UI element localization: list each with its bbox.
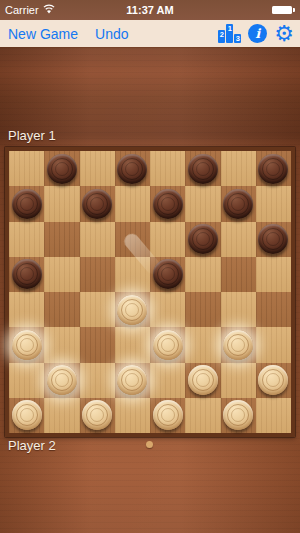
- podium-third-place: 3: [234, 34, 241, 43]
- square-r7c1[interactable]: [9, 363, 44, 398]
- dark-checker[interactable]: [188, 224, 218, 254]
- square-r5c5[interactable]: [150, 292, 185, 327]
- light-checker[interactable]: [82, 400, 112, 430]
- square-r4c5[interactable]: [150, 257, 185, 292]
- square-r2c2[interactable]: [44, 186, 79, 221]
- navigation-toolbar: New Game Undo 2 1 3 i ⚙: [0, 20, 300, 47]
- square-r7c7[interactable]: [221, 363, 256, 398]
- square-r2c1[interactable]: [9, 186, 44, 221]
- square-r1c1[interactable]: [9, 151, 44, 186]
- undo-button[interactable]: Undo: [95, 26, 128, 42]
- square-r5c2[interactable]: [44, 292, 79, 327]
- square-r1c8[interactable]: [256, 151, 291, 186]
- square-r2c3[interactable]: [80, 186, 115, 221]
- square-r6c5[interactable]: [150, 327, 185, 362]
- square-r8c8[interactable]: [256, 398, 291, 433]
- dark-checker[interactable]: [153, 259, 183, 289]
- dark-checker[interactable]: [47, 154, 77, 184]
- square-r3c8[interactable]: [256, 222, 291, 257]
- square-r4c6[interactable]: [185, 257, 220, 292]
- square-r7c6[interactable]: [185, 363, 220, 398]
- dark-checker[interactable]: [153, 189, 183, 219]
- square-r3c4[interactable]: [115, 222, 150, 257]
- dark-checker[interactable]: [117, 154, 147, 184]
- square-r8c4[interactable]: [115, 398, 150, 433]
- square-r2c5[interactable]: [150, 186, 185, 221]
- dark-checker[interactable]: [188, 154, 218, 184]
- square-r4c4[interactable]: [115, 257, 150, 292]
- dark-checker[interactable]: [12, 189, 42, 219]
- light-checker[interactable]: [12, 330, 42, 360]
- battery-icon: [272, 6, 292, 14]
- clock: 11:37 AM: [0, 4, 300, 16]
- square-r1c4[interactable]: [115, 151, 150, 186]
- square-r7c8[interactable]: [256, 363, 291, 398]
- square-r5c4[interactable]: [115, 292, 150, 327]
- square-r4c8[interactable]: [256, 257, 291, 292]
- square-r8c3[interactable]: [80, 398, 115, 433]
- square-r7c2[interactable]: [44, 363, 79, 398]
- square-r3c5[interactable]: [150, 222, 185, 257]
- square-r6c1[interactable]: [9, 327, 44, 362]
- square-r3c6[interactable]: [185, 222, 220, 257]
- dark-checker[interactable]: [12, 259, 42, 289]
- square-r1c6[interactable]: [185, 151, 220, 186]
- square-r4c2[interactable]: [44, 257, 79, 292]
- light-checker[interactable]: [117, 295, 147, 325]
- square-r5c3[interactable]: [80, 292, 115, 327]
- square-r2c8[interactable]: [256, 186, 291, 221]
- dark-checker[interactable]: [223, 189, 253, 219]
- podium-first-place: 1: [226, 24, 233, 43]
- square-r6c2[interactable]: [44, 327, 79, 362]
- square-r5c8[interactable]: [256, 292, 291, 327]
- square-r3c7[interactable]: [221, 222, 256, 257]
- player2-label: Player 2: [8, 438, 56, 453]
- square-r2c4[interactable]: [115, 186, 150, 221]
- square-r5c1[interactable]: [9, 292, 44, 327]
- square-r6c8[interactable]: [256, 327, 291, 362]
- square-r1c2[interactable]: [44, 151, 79, 186]
- square-r3c2[interactable]: [44, 222, 79, 257]
- square-r7c5[interactable]: [150, 363, 185, 398]
- square-r4c3[interactable]: [80, 257, 115, 292]
- square-r8c7[interactable]: [221, 398, 256, 433]
- square-r6c7[interactable]: [221, 327, 256, 362]
- turn-indicator-dot: [146, 441, 153, 448]
- light-checker[interactable]: [223, 400, 253, 430]
- square-r7c3[interactable]: [80, 363, 115, 398]
- podium-second-place: 2: [218, 30, 225, 43]
- square-r8c2[interactable]: [44, 398, 79, 433]
- square-r6c4[interactable]: [115, 327, 150, 362]
- square-r6c3[interactable]: [80, 327, 115, 362]
- square-r7c4[interactable]: [115, 363, 150, 398]
- square-r1c7[interactable]: [221, 151, 256, 186]
- leaderboard-button[interactable]: 2 1 3: [218, 24, 241, 43]
- light-checker[interactable]: [153, 330, 183, 360]
- board: [5, 147, 295, 437]
- square-r1c3[interactable]: [80, 151, 115, 186]
- square-r2c7[interactable]: [221, 186, 256, 221]
- square-r5c7[interactable]: [221, 292, 256, 327]
- dark-checker[interactable]: [258, 224, 288, 254]
- light-checker[interactable]: [188, 365, 218, 395]
- square-r2c6[interactable]: [185, 186, 220, 221]
- square-r3c1[interactable]: [9, 222, 44, 257]
- dark-checker[interactable]: [258, 154, 288, 184]
- light-checker[interactable]: [12, 400, 42, 430]
- light-checker[interactable]: [47, 365, 77, 395]
- light-checker[interactable]: [258, 365, 288, 395]
- square-r8c6[interactable]: [185, 398, 220, 433]
- square-r5c6[interactable]: [185, 292, 220, 327]
- square-r4c7[interactable]: [221, 257, 256, 292]
- wood-background: Carrier 11:37 AM New Game Undo 2 1 3 i: [0, 0, 300, 533]
- light-checker[interactable]: [223, 330, 253, 360]
- light-checker[interactable]: [117, 365, 147, 395]
- dark-checker[interactable]: [82, 189, 112, 219]
- square-r6c6[interactable]: [185, 327, 220, 362]
- square-r8c5[interactable]: [150, 398, 185, 433]
- light-checker[interactable]: [153, 400, 183, 430]
- square-r3c3[interactable]: [80, 222, 115, 257]
- gear-icon[interactable]: ⚙: [274, 24, 294, 43]
- square-r4c1[interactable]: [9, 257, 44, 292]
- square-r8c1[interactable]: [9, 398, 44, 433]
- player1-label: Player 1: [8, 128, 56, 143]
- status-bar: Carrier 11:37 AM: [0, 0, 300, 20]
- new-game-button[interactable]: New Game: [8, 26, 78, 42]
- square-r1c5[interactable]: [150, 151, 185, 186]
- info-icon[interactable]: i: [248, 24, 267, 43]
